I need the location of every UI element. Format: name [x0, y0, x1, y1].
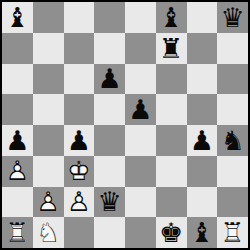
square-g4[interactable]: ♟: [187, 125, 218, 156]
square-e5[interactable]: ♟: [125, 94, 156, 125]
square-h3[interactable]: [217, 156, 248, 187]
square-f6[interactable]: [156, 64, 187, 95]
square-f7[interactable]: ♜: [156, 33, 187, 64]
piece-black-pawn-g4[interactable]: ♟: [187, 125, 218, 156]
piece-white-pawn-a3[interactable]: ♟♙: [2, 156, 33, 187]
chess-board: ♝♝♛♜♟♟♟♟♟♞♟♙♚♔♟♙♟♙♛♜♖♞♘♚♝♜♖: [0, 0, 250, 250]
piece-black-bishop-g1[interactable]: ♝: [187, 217, 218, 248]
square-e1[interactable]: [125, 217, 156, 248]
piece-black-queen-h8[interactable]: ♛: [217, 2, 248, 33]
square-h4[interactable]: ♞: [217, 125, 248, 156]
square-b5[interactable]: [33, 94, 64, 125]
piece-white-pawn-c2[interactable]: ♟♙: [64, 187, 95, 218]
square-e6[interactable]: [125, 64, 156, 95]
square-a1[interactable]: ♜♖: [2, 217, 33, 248]
white-pawn-outline-glyph: ♙: [36, 188, 60, 215]
piece-black-knight-h4[interactable]: ♞: [217, 125, 248, 156]
piece-black-bishop-a8[interactable]: ♝: [2, 2, 33, 33]
square-c4[interactable]: ♟: [64, 125, 95, 156]
piece-black-queen-d2[interactable]: ♛: [94, 187, 125, 218]
white-pawn-outline-glyph: ♙: [5, 157, 29, 184]
square-g2[interactable]: [187, 187, 218, 218]
piece-white-king-c3[interactable]: ♚♔: [64, 156, 95, 187]
white-rook-outline-glyph: ♖: [5, 219, 29, 246]
square-g1[interactable]: ♝: [187, 217, 218, 248]
square-d3[interactable]: [94, 156, 125, 187]
square-a5[interactable]: [2, 94, 33, 125]
square-b4[interactable]: [33, 125, 64, 156]
square-b6[interactable]: [33, 64, 64, 95]
square-a7[interactable]: [2, 33, 33, 64]
square-b7[interactable]: [33, 33, 64, 64]
square-c7[interactable]: [64, 33, 95, 64]
square-c8[interactable]: [64, 2, 95, 33]
square-f5[interactable]: [156, 94, 187, 125]
square-a8[interactable]: ♝: [2, 2, 33, 33]
white-king-outline-glyph: ♔: [67, 157, 91, 184]
white-knight-outline-glyph: ♘: [36, 219, 60, 246]
square-a4[interactable]: ♟: [2, 125, 33, 156]
square-d4[interactable]: [94, 125, 125, 156]
square-f1[interactable]: ♚: [156, 217, 187, 248]
square-g6[interactable]: [187, 64, 218, 95]
white-pawn-outline-glyph: ♙: [67, 188, 91, 215]
square-e4[interactable]: [125, 125, 156, 156]
piece-white-rook-a1[interactable]: ♜♖: [2, 217, 33, 248]
square-f3[interactable]: [156, 156, 187, 187]
square-d2[interactable]: ♛: [94, 187, 125, 218]
piece-black-pawn-d6[interactable]: ♟: [94, 64, 125, 95]
piece-black-pawn-c4[interactable]: ♟: [64, 125, 95, 156]
square-b2[interactable]: ♟♙: [33, 187, 64, 218]
square-h1[interactable]: ♜♖: [217, 217, 248, 248]
square-c2[interactable]: ♟♙: [64, 187, 95, 218]
square-a3[interactable]: ♟♙: [2, 156, 33, 187]
piece-black-bishop-f8[interactable]: ♝: [156, 2, 187, 33]
square-a2[interactable]: [2, 187, 33, 218]
piece-black-pawn-a4[interactable]: ♟: [2, 125, 33, 156]
piece-black-king-f1[interactable]: ♚: [156, 217, 187, 248]
square-e8[interactable]: [125, 2, 156, 33]
square-d7[interactable]: [94, 33, 125, 64]
square-c1[interactable]: [64, 217, 95, 248]
square-a6[interactable]: [2, 64, 33, 95]
square-c6[interactable]: [64, 64, 95, 95]
square-d5[interactable]: [94, 94, 125, 125]
square-f4[interactable]: [156, 125, 187, 156]
piece-white-rook-h1[interactable]: ♜♖: [217, 217, 248, 248]
white-rook-outline-glyph: ♖: [221, 219, 245, 246]
square-d6[interactable]: ♟: [94, 64, 125, 95]
square-g5[interactable]: [187, 94, 218, 125]
square-f2[interactable]: [156, 187, 187, 218]
square-h5[interactable]: [217, 94, 248, 125]
square-e7[interactable]: [125, 33, 156, 64]
square-b1[interactable]: ♞♘: [33, 217, 64, 248]
square-c3[interactable]: ♚♔: [64, 156, 95, 187]
piece-black-rook-f7[interactable]: ♜: [156, 33, 187, 64]
square-d1[interactable]: [94, 217, 125, 248]
square-e3[interactable]: [125, 156, 156, 187]
square-c5[interactable]: [64, 94, 95, 125]
square-b3[interactable]: [33, 156, 64, 187]
square-e2[interactable]: [125, 187, 156, 218]
square-b8[interactable]: [33, 2, 64, 33]
piece-white-knight-b1[interactable]: ♞♘: [33, 217, 64, 248]
square-g8[interactable]: [187, 2, 218, 33]
piece-white-pawn-b2[interactable]: ♟♙: [33, 187, 64, 218]
piece-black-pawn-e5[interactable]: ♟: [125, 94, 156, 125]
square-h2[interactable]: [217, 187, 248, 218]
square-f8[interactable]: ♝: [156, 2, 187, 33]
square-g3[interactable]: [187, 156, 218, 187]
square-d8[interactable]: [94, 2, 125, 33]
square-g7[interactable]: [187, 33, 218, 64]
square-h7[interactable]: [217, 33, 248, 64]
square-h8[interactable]: ♛: [217, 2, 248, 33]
square-h6[interactable]: [217, 64, 248, 95]
